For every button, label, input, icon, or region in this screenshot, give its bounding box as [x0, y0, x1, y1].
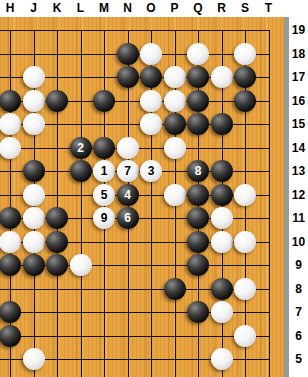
move-number-label: 9 [101, 207, 108, 229]
intersection-R17[interactable] [210, 65, 234, 89]
intersection-O8[interactable] [139, 277, 163, 301]
intersection-H13[interactable] [0, 159, 22, 183]
intersection-J18[interactable] [22, 42, 46, 66]
intersection-Q18[interactable] [186, 42, 210, 66]
intersection-S9[interactable] [233, 253, 257, 277]
intersection-M16[interactable] [92, 89, 116, 113]
intersection-N9[interactable] [116, 253, 140, 277]
intersection-H19[interactable] [0, 18, 22, 42]
intersection-L5[interactable] [69, 347, 93, 371]
intersection-J13[interactable] [22, 159, 46, 183]
intersection-H6[interactable] [0, 324, 22, 348]
stone-white-move-5: 5 [93, 184, 115, 206]
row-label: 10 [289, 234, 308, 250]
stone-black [187, 207, 209, 229]
intersection-O17[interactable] [139, 65, 163, 89]
intersection-R18[interactable] [210, 42, 234, 66]
intersection-N6[interactable] [116, 324, 140, 348]
intersection-T18[interactable] [257, 42, 281, 66]
intersection-T7[interactable] [257, 300, 281, 324]
intersection-T13[interactable] [257, 159, 281, 183]
intersection-T8[interactable] [257, 277, 281, 301]
intersection-M15[interactable] [92, 112, 116, 136]
stone-white [140, 113, 162, 135]
stone-black [164, 113, 186, 135]
intersection-H5[interactable] [0, 347, 22, 371]
intersection-N13[interactable]: 7 [116, 159, 140, 183]
stone-white [211, 231, 233, 253]
intersection-P5[interactable] [163, 347, 187, 371]
intersection-J19[interactable] [22, 18, 46, 42]
intersection-R12[interactable] [210, 183, 234, 207]
intersection-K17[interactable] [45, 65, 69, 89]
row-label: 8 [289, 281, 308, 297]
stone-white [211, 207, 233, 229]
intersection-O18[interactable] [139, 42, 163, 66]
column-label: L [72, 1, 90, 16]
intersection-O5[interactable] [139, 347, 163, 371]
intersection-J9[interactable] [22, 253, 46, 277]
stone-white [23, 90, 45, 112]
intersection-M11[interactable]: 9 [92, 206, 116, 230]
intersection-O16[interactable] [139, 89, 163, 113]
stone-black [187, 301, 209, 323]
intersection-N5[interactable] [116, 347, 140, 371]
row-label: 6 [289, 328, 308, 344]
intersection-N12[interactable]: 4 [116, 183, 140, 207]
intersection-J5[interactable] [22, 347, 46, 371]
intersection-K14[interactable] [45, 136, 69, 160]
intersection-K11[interactable] [45, 206, 69, 230]
stone-black [234, 90, 256, 112]
stone-black [140, 66, 162, 88]
intersection-T6[interactable] [257, 324, 281, 348]
intersection-L16[interactable] [69, 89, 93, 113]
stone-white [140, 43, 162, 65]
intersection-O13[interactable]: 3 [139, 159, 163, 183]
intersection-T9[interactable] [257, 253, 281, 277]
stone-white [23, 207, 45, 229]
intersection-H10[interactable] [0, 230, 22, 254]
row-label: 9 [289, 257, 308, 273]
intersection-O19[interactable] [139, 18, 163, 42]
stone-white [23, 348, 45, 370]
stone-black [0, 207, 21, 229]
intersection-T12[interactable] [257, 183, 281, 207]
stone-black-move-6: 6 [117, 207, 139, 229]
stone-black [0, 301, 21, 323]
intersection-S11[interactable] [233, 206, 257, 230]
row-label: 5 [289, 351, 308, 367]
intersection-S17[interactable] [233, 65, 257, 89]
stone-white [0, 113, 21, 135]
move-number-label: 1 [101, 160, 108, 182]
intersection-T5[interactable] [257, 347, 281, 371]
intersection-K10[interactable] [45, 230, 69, 254]
intersections-grid: 217385496 [0, 18, 280, 371]
stone-white-move-3: 3 [140, 160, 162, 182]
row-label: 19 [289, 22, 308, 38]
intersection-R16[interactable] [210, 89, 234, 113]
intersection-M8[interactable] [92, 277, 116, 301]
column-label: T [260, 1, 278, 16]
stone-black [23, 160, 45, 182]
intersection-K5[interactable] [45, 347, 69, 371]
intersection-R11[interactable] [210, 206, 234, 230]
intersection-O15[interactable] [139, 112, 163, 136]
stone-white-move-9: 9 [93, 207, 115, 229]
stone-white [234, 184, 256, 206]
intersection-R5[interactable] [210, 347, 234, 371]
stone-black [164, 278, 186, 300]
intersection-M19[interactable] [92, 18, 116, 42]
intersection-T11[interactable] [257, 206, 281, 230]
intersection-M10[interactable] [92, 230, 116, 254]
intersection-Q19[interactable] [186, 18, 210, 42]
stone-white [234, 43, 256, 65]
intersection-N19[interactable] [116, 18, 140, 42]
intersection-T14[interactable] [257, 136, 281, 160]
row-label: 7 [289, 304, 308, 320]
stone-white [211, 301, 233, 323]
row-label: 18 [289, 46, 308, 62]
row-label: 13 [289, 163, 308, 179]
intersection-P9[interactable] [163, 253, 187, 277]
intersection-S7[interactable] [233, 300, 257, 324]
intersection-P6[interactable] [163, 324, 187, 348]
intersection-P8[interactable] [163, 277, 187, 301]
intersection-Q14[interactable] [186, 136, 210, 160]
intersection-L12[interactable] [69, 183, 93, 207]
intersection-Q12[interactable] [186, 183, 210, 207]
stone-black [187, 184, 209, 206]
intersection-N14[interactable] [116, 136, 140, 160]
intersection-L17[interactable] [69, 65, 93, 89]
intersection-J11[interactable] [22, 206, 46, 230]
stone-white [23, 113, 45, 135]
intersection-J7[interactable] [22, 300, 46, 324]
stone-white [211, 66, 233, 88]
intersection-Q8[interactable] [186, 277, 210, 301]
intersection-T16[interactable] [257, 89, 281, 113]
intersection-R9[interactable] [210, 253, 234, 277]
intersection-N15[interactable] [116, 112, 140, 136]
stone-black-move-8: 8 [187, 160, 209, 182]
stone-black-move-4: 4 [117, 184, 139, 206]
intersection-H11[interactable] [0, 206, 22, 230]
intersection-N7[interactable] [116, 300, 140, 324]
stone-black-move-2: 2 [70, 137, 92, 159]
intersection-N11[interactable]: 6 [116, 206, 140, 230]
stone-black [46, 254, 68, 276]
intersection-S18[interactable] [233, 42, 257, 66]
stone-black [46, 90, 68, 112]
stone-black [187, 66, 209, 88]
stone-black [23, 254, 45, 276]
intersection-K16[interactable] [45, 89, 69, 113]
intersection-M6[interactable] [92, 324, 116, 348]
stone-black [93, 90, 115, 112]
intersection-K13[interactable] [45, 159, 69, 183]
go-board-screenshot: HJKLMNOPQRST 1918171615141312111098765 2… [0, 0, 308, 377]
stone-white-move-1: 1 [93, 160, 115, 182]
stone-black [187, 231, 209, 253]
move-number-label: 2 [77, 137, 84, 159]
row-label: 15 [289, 116, 308, 132]
intersection-J17[interactable] [22, 65, 46, 89]
stone-white [234, 231, 256, 253]
intersection-L19[interactable] [69, 18, 93, 42]
intersection-K15[interactable] [45, 112, 69, 136]
intersection-P14[interactable] [163, 136, 187, 160]
intersection-O14[interactable] [139, 136, 163, 160]
column-label: K [48, 1, 66, 16]
intersection-P7[interactable] [163, 300, 187, 324]
stone-black [234, 66, 256, 88]
move-number-label: 4 [124, 184, 131, 206]
stone-black [211, 184, 233, 206]
stone-white [117, 137, 139, 159]
intersection-P19[interactable] [163, 18, 187, 42]
intersection-S12[interactable] [233, 183, 257, 207]
intersection-Q17[interactable] [186, 65, 210, 89]
intersection-L13[interactable] [69, 159, 93, 183]
intersection-Q9[interactable] [186, 253, 210, 277]
stone-white-move-7: 7 [117, 160, 139, 182]
column-label: R [213, 1, 231, 16]
intersection-S8[interactable] [233, 277, 257, 301]
intersection-R10[interactable] [210, 230, 234, 254]
intersection-M13[interactable]: 1 [92, 159, 116, 183]
stone-black [187, 254, 209, 276]
row-label: 14 [289, 140, 308, 156]
intersection-Q6[interactable] [186, 324, 210, 348]
intersection-K9[interactable] [45, 253, 69, 277]
intersection-R7[interactable] [210, 300, 234, 324]
row-label: 16 [289, 93, 308, 109]
intersection-K6[interactable] [45, 324, 69, 348]
move-number-label: 8 [195, 160, 202, 182]
intersection-S13[interactable] [233, 159, 257, 183]
stone-white [234, 325, 256, 347]
intersection-M7[interactable] [92, 300, 116, 324]
intersection-J8[interactable] [22, 277, 46, 301]
intersection-M14[interactable] [92, 136, 116, 160]
intersection-P10[interactable] [163, 230, 187, 254]
intersection-J15[interactable] [22, 112, 46, 136]
stone-white [140, 90, 162, 112]
stone-black [0, 254, 21, 276]
column-label: S [236, 1, 254, 16]
intersection-R19[interactable] [210, 18, 234, 42]
intersection-S5[interactable] [233, 347, 257, 371]
column-label: H [1, 1, 19, 16]
row-label: 11 [289, 210, 308, 226]
stone-white [23, 66, 45, 88]
stone-white [164, 66, 186, 88]
intersection-N18[interactable] [116, 42, 140, 66]
intersection-M5[interactable] [92, 347, 116, 371]
row-label: 17 [289, 69, 308, 85]
stone-white [211, 348, 233, 370]
intersection-H12[interactable] [0, 183, 22, 207]
intersection-H17[interactable] [0, 65, 22, 89]
intersection-R14[interactable] [210, 136, 234, 160]
intersection-R13[interactable] [210, 159, 234, 183]
intersection-T10[interactable] [257, 230, 281, 254]
stone-black [93, 137, 115, 159]
intersection-P12[interactable] [163, 183, 187, 207]
stone-white [0, 231, 21, 253]
intersection-T15[interactable] [257, 112, 281, 136]
row-label: 12 [289, 187, 308, 203]
intersection-O12[interactable] [139, 183, 163, 207]
intersection-O7[interactable] [139, 300, 163, 324]
stone-black [211, 113, 233, 135]
stone-white [164, 137, 186, 159]
intersection-R6[interactable] [210, 324, 234, 348]
intersection-O11[interactable] [139, 206, 163, 230]
intersection-J6[interactable] [22, 324, 46, 348]
intersection-M9[interactable] [92, 253, 116, 277]
intersection-L11[interactable] [69, 206, 93, 230]
intersection-L15[interactable] [69, 112, 93, 136]
stone-black [0, 325, 21, 347]
intersection-H14[interactable] [0, 136, 22, 160]
intersection-N17[interactable] [116, 65, 140, 89]
intersection-K18[interactable] [45, 42, 69, 66]
stone-black [70, 160, 92, 182]
intersection-S15[interactable] [233, 112, 257, 136]
stone-black [187, 90, 209, 112]
stone-black [117, 43, 139, 65]
intersection-J10[interactable] [22, 230, 46, 254]
stone-white [234, 278, 256, 300]
intersection-M12[interactable]: 5 [92, 183, 116, 207]
stone-black [211, 160, 233, 182]
intersection-P13[interactable] [163, 159, 187, 183]
intersection-Q10[interactable] [186, 230, 210, 254]
intersection-O6[interactable] [139, 324, 163, 348]
intersection-H16[interactable] [0, 89, 22, 113]
stone-white [0, 137, 21, 159]
intersection-L6[interactable] [69, 324, 93, 348]
intersection-S10[interactable] [233, 230, 257, 254]
stone-black [187, 113, 209, 135]
intersection-N16[interactable] [116, 89, 140, 113]
move-number-label: 3 [148, 160, 155, 182]
intersection-Q16[interactable] [186, 89, 210, 113]
stone-black [117, 66, 139, 88]
intersection-M18[interactable] [92, 42, 116, 66]
column-label: J [25, 1, 43, 16]
intersection-K12[interactable] [45, 183, 69, 207]
stone-white [70, 254, 92, 276]
column-label: M [95, 1, 113, 16]
column-label: O [142, 1, 160, 16]
intersection-H9[interactable] [0, 253, 22, 277]
intersection-P17[interactable] [163, 65, 187, 89]
intersection-K7[interactable] [45, 300, 69, 324]
intersection-L7[interactable] [69, 300, 93, 324]
move-number-label: 5 [101, 184, 108, 206]
stone-white [23, 184, 45, 206]
intersection-N10[interactable] [116, 230, 140, 254]
intersection-M17[interactable] [92, 65, 116, 89]
move-number-label: 6 [124, 207, 131, 229]
intersection-H18[interactable] [0, 42, 22, 66]
intersection-K8[interactable] [45, 277, 69, 301]
intersection-O9[interactable] [139, 253, 163, 277]
intersection-Q15[interactable] [186, 112, 210, 136]
intersection-L10[interactable] [69, 230, 93, 254]
column-label: N [119, 1, 137, 16]
intersection-J14[interactable] [22, 136, 46, 160]
stone-white [164, 184, 186, 206]
intersection-Q13[interactable]: 8 [186, 159, 210, 183]
intersection-L18[interactable] [69, 42, 93, 66]
intersection-Q11[interactable] [186, 206, 210, 230]
intersection-L8[interactable] [69, 277, 93, 301]
intersection-P15[interactable] [163, 112, 187, 136]
intersection-Q5[interactable] [186, 347, 210, 371]
intersection-H8[interactable] [0, 277, 22, 301]
stone-black [211, 278, 233, 300]
stone-black [0, 90, 21, 112]
column-label: P [166, 1, 184, 16]
intersection-K19[interactable] [45, 18, 69, 42]
stone-white [23, 231, 45, 253]
intersection-S16[interactable] [233, 89, 257, 113]
intersection-N8[interactable] [116, 277, 140, 301]
stone-white [164, 90, 186, 112]
intersection-L14[interactable]: 2 [69, 136, 93, 160]
stone-black [46, 231, 68, 253]
intersection-H7[interactable] [0, 300, 22, 324]
intersection-S14[interactable] [233, 136, 257, 160]
move-number-label: 7 [124, 160, 131, 182]
column-label: Q [189, 1, 207, 16]
intersection-R8[interactable] [210, 277, 234, 301]
intersection-Q7[interactable] [186, 300, 210, 324]
stone-black [46, 207, 68, 229]
intersection-S6[interactable] [233, 324, 257, 348]
intersection-T19[interactable] [257, 18, 281, 42]
intersection-S19[interactable] [233, 18, 257, 42]
stone-white [187, 43, 209, 65]
intersection-J12[interactable] [22, 183, 46, 207]
intersection-J16[interactable] [22, 89, 46, 113]
intersection-P18[interactable] [163, 42, 187, 66]
intersection-H15[interactable] [0, 112, 22, 136]
intersection-L9[interactable] [69, 253, 93, 277]
intersection-O10[interactable] [139, 230, 163, 254]
intersection-P11[interactable] [163, 206, 187, 230]
intersection-T17[interactable] [257, 65, 281, 89]
intersection-R15[interactable] [210, 112, 234, 136]
intersection-P16[interactable] [163, 89, 187, 113]
